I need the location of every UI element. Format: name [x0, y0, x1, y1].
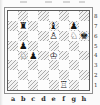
white-rook-f1[interactable]: ♖ — [59, 80, 68, 90]
file-label-e: e — [49, 95, 59, 104]
white-pawn-e6[interactable]: ♙ — [49, 31, 58, 41]
square-b4[interactable]: ♘ — [18, 51, 28, 61]
square-g4[interactable] — [69, 51, 79, 61]
square-h1[interactable] — [79, 80, 89, 90]
square-a7[interactable] — [8, 21, 18, 31]
rank-label-6: 6 — [94, 31, 100, 41]
scan-edge-shading — [0, 0, 3, 105]
square-a4[interactable] — [8, 51, 18, 61]
black-rook-b7[interactable]: ♜ — [19, 21, 28, 31]
square-f6[interactable] — [59, 31, 69, 41]
square-g2[interactable] — [69, 70, 79, 80]
file-label-f: f — [59, 95, 69, 104]
file-label-a: a — [8, 95, 18, 104]
square-a1[interactable] — [8, 80, 18, 90]
square-e2[interactable] — [49, 70, 59, 80]
square-b1[interactable] — [18, 80, 28, 90]
file-label-g: g — [69, 95, 79, 104]
square-e1[interactable] — [49, 80, 59, 90]
square-d7[interactable] — [38, 21, 48, 31]
square-a3[interactable] — [8, 60, 18, 70]
chess-board[interactable]: ♜♝♟♙♘♚♟♘♟♔♖ — [7, 10, 90, 91]
square-d1[interactable] — [38, 80, 48, 90]
file-label-h: h — [79, 95, 89, 104]
square-d6[interactable] — [38, 31, 48, 41]
square-h6[interactable]: ♚ — [79, 31, 89, 41]
square-a8[interactable] — [8, 11, 18, 21]
square-b7[interactable]: ♜ — [18, 21, 28, 31]
square-b2[interactable] — [18, 70, 28, 80]
square-g6[interactable]: ♘ — [69, 31, 79, 41]
square-f5[interactable] — [59, 41, 69, 51]
square-b3[interactable] — [18, 60, 28, 70]
square-h4[interactable] — [79, 51, 89, 61]
square-h2[interactable] — [79, 70, 89, 80]
black-king-h6[interactable]: ♚ — [80, 31, 89, 41]
scan-artifact — [63, 1, 70, 3]
square-g5[interactable] — [69, 41, 79, 51]
square-h5[interactable] — [79, 41, 89, 51]
square-f8[interactable] — [59, 11, 69, 21]
file-label-b: b — [18, 95, 28, 104]
file-label-c: c — [28, 95, 38, 104]
square-c8[interactable] — [28, 11, 38, 21]
square-f3[interactable] — [59, 60, 69, 70]
black-pawn-b5[interactable]: ♟ — [19, 41, 28, 51]
square-a5[interactable] — [8, 41, 18, 51]
square-g3[interactable] — [69, 60, 79, 70]
square-d2[interactable] — [38, 70, 48, 80]
square-c2[interactable] — [28, 70, 38, 80]
scan-artifact — [45, 1, 52, 3]
rank-label-7: 7 — [94, 21, 100, 31]
rank-label-2: 2 — [94, 70, 100, 80]
square-c4[interactable]: ♟ — [28, 51, 38, 61]
chess-diagram: ♜♝♟♙♘♚♟♘♟♔♖ abcdefgh 87654321 — [0, 0, 100, 105]
white-knight-b4[interactable]: ♘ — [19, 51, 28, 61]
square-e3[interactable] — [49, 60, 59, 70]
rank-label-3: 3 — [94, 60, 100, 70]
rank-label-8: 8 — [94, 11, 100, 21]
square-d8[interactable] — [38, 11, 48, 21]
rank-label-4: 4 — [94, 51, 100, 61]
square-c3[interactable] — [28, 60, 38, 70]
square-a6[interactable] — [8, 31, 18, 41]
square-c6[interactable] — [28, 31, 38, 41]
square-d3[interactable] — [38, 60, 48, 70]
square-f4[interactable] — [59, 51, 69, 61]
scan-artifact — [79, 1, 85, 3]
square-h8[interactable] — [79, 11, 89, 21]
black-pawn-c4[interactable]: ♟ — [29, 51, 38, 61]
square-c1[interactable] — [28, 80, 38, 90]
square-h3[interactable] — [79, 60, 89, 70]
square-f1[interactable]: ♖ — [59, 80, 69, 90]
rank-label-1: 1 — [94, 80, 100, 90]
square-a2[interactable] — [8, 70, 18, 80]
square-d4[interactable] — [38, 51, 48, 61]
square-e4[interactable]: ♔ — [49, 51, 59, 61]
white-knight-g6[interactable]: ♘ — [70, 31, 79, 41]
file-label-d: d — [38, 95, 48, 104]
square-f7[interactable] — [59, 21, 69, 31]
scan-artifact — [20, 1, 27, 3]
square-d5[interactable] — [38, 41, 48, 51]
square-e6[interactable]: ♙ — [49, 31, 59, 41]
rank-label-5: 5 — [94, 41, 100, 51]
square-c7[interactable] — [28, 21, 38, 31]
white-king-e4[interactable]: ♔ — [49, 51, 58, 61]
square-g1[interactable] — [69, 80, 79, 90]
